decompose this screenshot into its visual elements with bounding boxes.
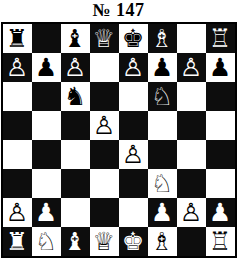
piece-white-pawn: ♟ (32, 198, 61, 227)
square-c4[interactable] (61, 140, 90, 169)
piece-black-pawn: ♟ (32, 53, 61, 82)
square-d3[interactable] (90, 169, 119, 198)
square-f3[interactable]: ♘ (148, 169, 177, 198)
square-e7[interactable]: ♙ (119, 53, 148, 82)
square-c7[interactable]: ♙ (61, 53, 90, 82)
square-f7[interactable]: ♟ (148, 53, 177, 82)
piece-white-knight: ♘ (148, 169, 177, 198)
square-f4[interactable] (148, 140, 177, 169)
piece-white-bishop: ♗ (148, 227, 177, 256)
square-d8[interactable]: ♕ (90, 24, 119, 53)
square-h2[interactable]: ♟ (206, 198, 235, 227)
square-g5[interactable] (177, 111, 206, 140)
chess-board: ♜♝♕♚♗♖♙♟♙♙♟♙♟♞♘♙♙♘♙♟♟♙♟♜♘♝♕♚♗♖ (1, 22, 237, 258)
diagram-title: № 147 (0, 0, 237, 21)
piece-black-bishop: ♝ (61, 24, 90, 53)
chess-diagram: № 147 ♜♝♕♚♗♖♙♟♙♙♟♙♟♞♘♙♙♘♙♟♟♙♟♜♘♝♕♚♗♖ (0, 0, 237, 261)
square-g4[interactable] (177, 140, 206, 169)
square-g8[interactable] (177, 24, 206, 53)
square-g6[interactable] (177, 82, 206, 111)
square-g7[interactable]: ♙ (177, 53, 206, 82)
piece-black-knight: ♘ (148, 82, 177, 111)
piece-white-pawn: ♟ (206, 198, 235, 227)
square-g3[interactable] (177, 169, 206, 198)
square-d5[interactable]: ♙ (90, 111, 119, 140)
piece-white-pawn: ♟ (148, 198, 177, 227)
piece-white-knight: ♘ (32, 227, 61, 256)
piece-black-bishop: ♗ (148, 24, 177, 53)
square-h4[interactable] (206, 140, 235, 169)
square-b2[interactable]: ♟ (32, 198, 61, 227)
square-e5[interactable] (119, 111, 148, 140)
square-c2[interactable] (61, 198, 90, 227)
square-f8[interactable]: ♗ (148, 24, 177, 53)
piece-black-king: ♚ (119, 24, 148, 53)
square-d4[interactable] (90, 140, 119, 169)
square-c6[interactable]: ♞ (61, 82, 90, 111)
piece-black-pawn: ♙ (61, 53, 90, 82)
square-b5[interactable] (32, 111, 61, 140)
square-h6[interactable] (206, 82, 235, 111)
piece-white-pawn: ♙ (3, 198, 32, 227)
square-f2[interactable]: ♟ (148, 198, 177, 227)
piece-black-pawn: ♟ (206, 53, 235, 82)
square-e3[interactable] (119, 169, 148, 198)
piece-black-queen: ♕ (90, 24, 119, 53)
square-b1[interactable]: ♘ (32, 227, 61, 256)
piece-white-pawn: ♙ (177, 198, 206, 227)
square-h5[interactable] (206, 111, 235, 140)
square-e6[interactable] (119, 82, 148, 111)
square-f6[interactable]: ♘ (148, 82, 177, 111)
square-a2[interactable]: ♙ (3, 198, 32, 227)
square-h7[interactable]: ♟ (206, 53, 235, 82)
square-d7[interactable] (90, 53, 119, 82)
square-d2[interactable] (90, 198, 119, 227)
piece-black-rook: ♜ (3, 24, 32, 53)
square-b8[interactable] (32, 24, 61, 53)
square-c1[interactable]: ♝ (61, 227, 90, 256)
square-a6[interactable] (3, 82, 32, 111)
square-a7[interactable]: ♙ (3, 53, 32, 82)
piece-black-knight: ♞ (61, 82, 90, 111)
square-a8[interactable]: ♜ (3, 24, 32, 53)
square-e1[interactable]: ♚ (119, 227, 148, 256)
square-b7[interactable]: ♟ (32, 53, 61, 82)
square-e8[interactable]: ♚ (119, 24, 148, 53)
piece-black-pawn: ♟ (148, 53, 177, 82)
square-c8[interactable]: ♝ (61, 24, 90, 53)
piece-black-pawn: ♙ (177, 53, 206, 82)
square-g2[interactable]: ♙ (177, 198, 206, 227)
piece-black-pawn: ♙ (3, 53, 32, 82)
square-h3[interactable] (206, 169, 235, 198)
piece-black-pawn: ♙ (119, 53, 148, 82)
square-e4[interactable]: ♙ (119, 140, 148, 169)
piece-white-rook: ♖ (206, 227, 235, 256)
square-e2[interactable] (119, 198, 148, 227)
piece-white-queen: ♕ (90, 227, 119, 256)
square-f1[interactable]: ♗ (148, 227, 177, 256)
piece-black-rook: ♖ (206, 24, 235, 53)
square-d1[interactable]: ♕ (90, 227, 119, 256)
piece-white-pawn: ♙ (90, 111, 119, 140)
square-f5[interactable] (148, 111, 177, 140)
square-b4[interactable] (32, 140, 61, 169)
piece-white-king: ♚ (119, 227, 148, 256)
square-c3[interactable] (61, 169, 90, 198)
square-a3[interactable] (3, 169, 32, 198)
square-a4[interactable] (3, 140, 32, 169)
piece-white-rook: ♜ (3, 227, 32, 256)
square-b6[interactable] (32, 82, 61, 111)
piece-white-bishop: ♝ (61, 227, 90, 256)
square-b3[interactable] (32, 169, 61, 198)
square-h1[interactable]: ♖ (206, 227, 235, 256)
square-h8[interactable]: ♖ (206, 24, 235, 53)
square-d6[interactable] (90, 82, 119, 111)
piece-white-pawn: ♙ (119, 140, 148, 169)
square-a1[interactable]: ♜ (3, 227, 32, 256)
square-g1[interactable] (177, 227, 206, 256)
square-c5[interactable] (61, 111, 90, 140)
square-a5[interactable] (3, 111, 32, 140)
